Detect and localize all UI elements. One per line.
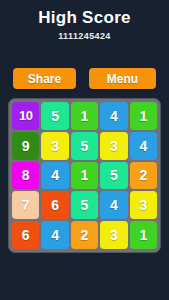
tile-r4c4[interactable]: 4	[100, 191, 127, 219]
tile-r4c3[interactable]: 5	[71, 191, 98, 219]
high-score-value: 1111245424	[0, 31, 169, 41]
tile-r5c2[interactable]: 4	[41, 221, 68, 249]
page-title: High Score	[0, 0, 169, 28]
tile-r3c1[interactable]: 8	[12, 162, 39, 190]
tile-r3c5[interactable]: 2	[130, 162, 157, 190]
tile-r1c3[interactable]: 1	[71, 102, 98, 130]
tile-r2c1[interactable]: 9	[12, 132, 39, 160]
tile-r5c5[interactable]: 1	[130, 221, 157, 249]
tile-r5c3[interactable]: 2	[71, 221, 98, 249]
tile-r2c4[interactable]: 3	[100, 132, 127, 160]
tile-r5c1[interactable]: 6	[12, 221, 39, 249]
tile-r1c1[interactable]: 10	[12, 102, 39, 130]
tile-r1c4[interactable]: 4	[100, 102, 127, 130]
tile-r2c2[interactable]: 3	[41, 132, 68, 160]
tile-r1c5[interactable]: 1	[130, 102, 157, 130]
game-board: 10514193534841527654364231	[8, 98, 161, 253]
tile-r2c5[interactable]: 4	[130, 132, 157, 160]
menu-button[interactable]: Menu	[89, 68, 156, 89]
tile-r1c2[interactable]: 5	[41, 102, 68, 130]
app-screen: High Score 1111245424 Share Menu 1051419…	[0, 0, 169, 300]
tile-r3c2[interactable]: 4	[41, 162, 68, 190]
share-button[interactable]: Share	[13, 68, 76, 89]
tile-r4c5[interactable]: 3	[130, 191, 157, 219]
tile-r5c4[interactable]: 3	[100, 221, 127, 249]
tile-r4c1[interactable]: 7	[12, 191, 39, 219]
tile-r2c3[interactable]: 5	[71, 132, 98, 160]
tile-r4c2[interactable]: 6	[41, 191, 68, 219]
tile-r3c4[interactable]: 5	[100, 162, 127, 190]
button-row: Share Menu	[13, 68, 156, 89]
tile-r3c3[interactable]: 1	[71, 162, 98, 190]
